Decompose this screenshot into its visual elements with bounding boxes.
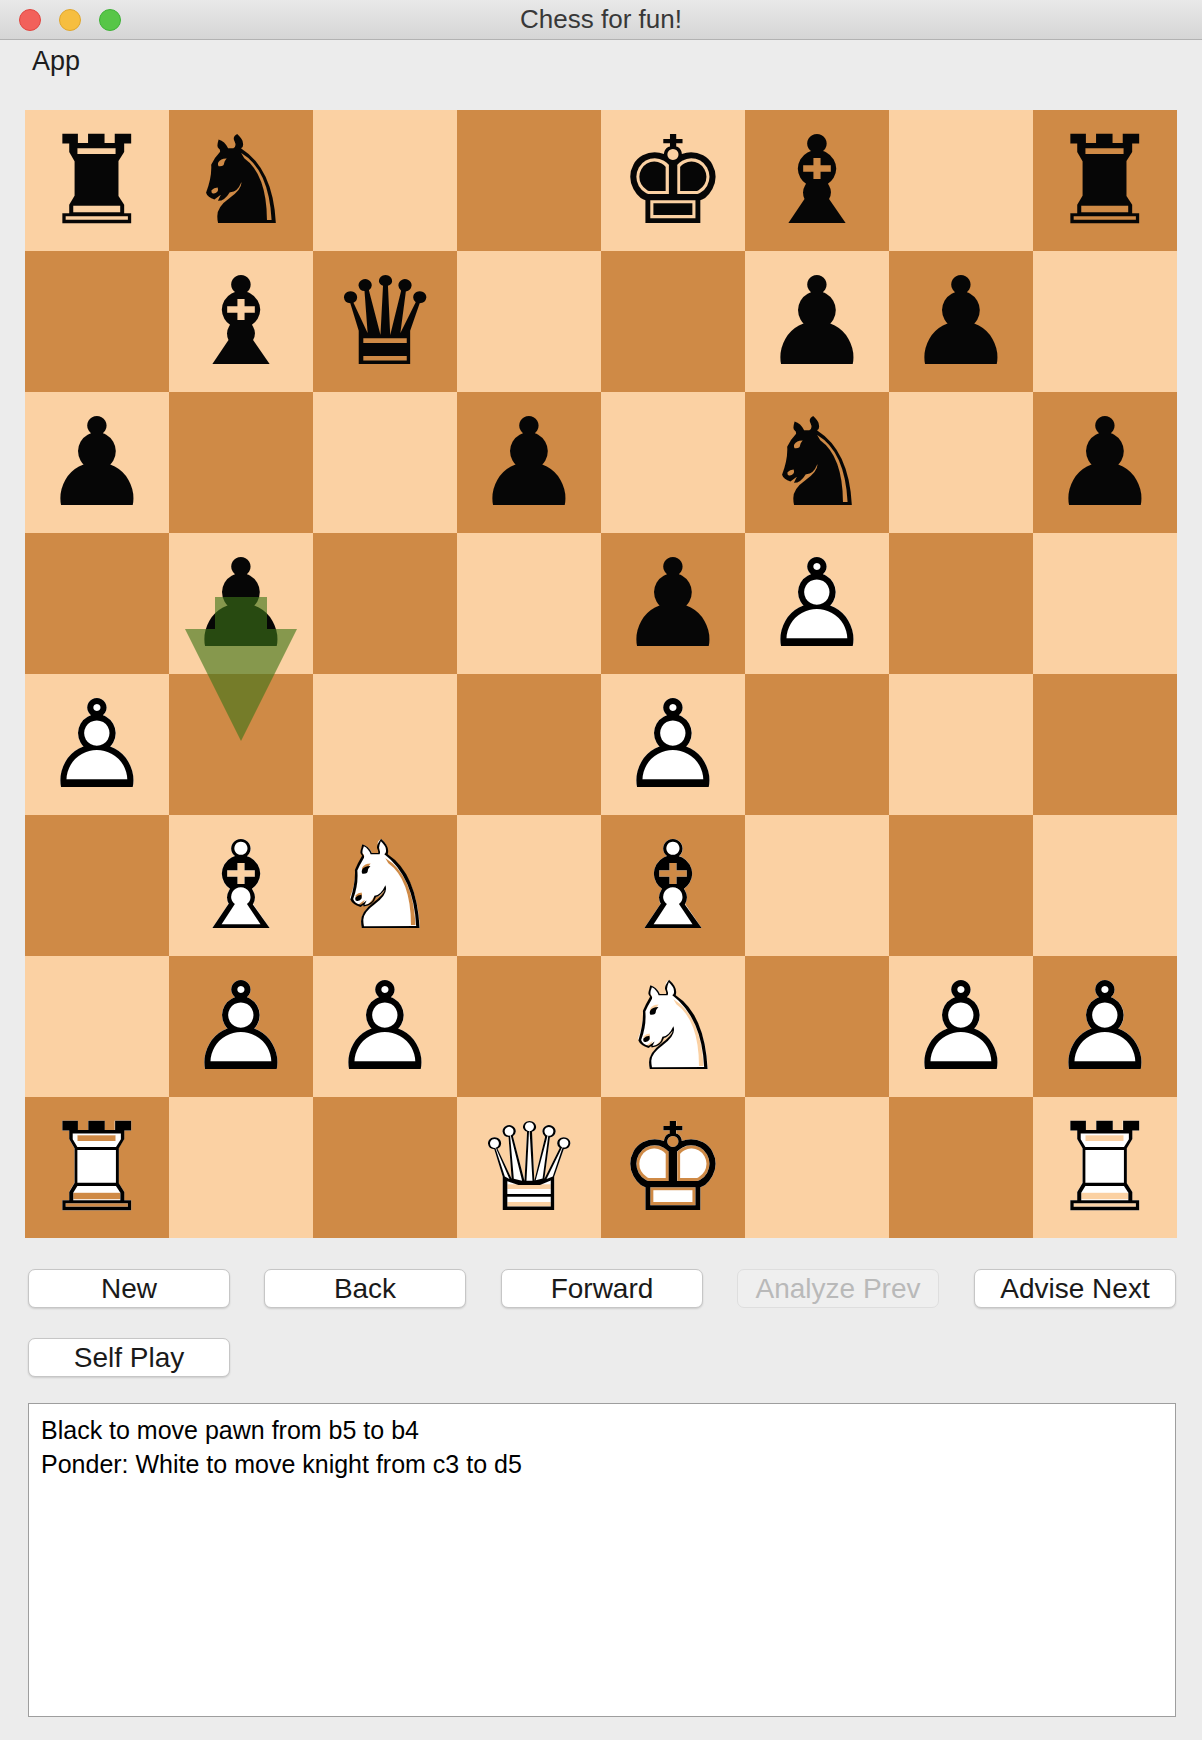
square-h5[interactable] [1033, 533, 1177, 674]
square-g8[interactable] [889, 110, 1033, 251]
square-a2[interactable] [25, 956, 169, 1097]
square-d1[interactable]: ♛♕ [457, 1097, 601, 1238]
piece-black-bishop-f8[interactable]: ♝ [745, 110, 889, 251]
piece-black-knight-f6[interactable]: ♞ [745, 392, 889, 533]
self-play-button[interactable]: Self Play [28, 1338, 230, 1377]
square-c7[interactable]: ♛ [313, 251, 457, 392]
square-f2[interactable] [745, 956, 889, 1097]
square-e6[interactable] [601, 392, 745, 533]
square-b4[interactable] [169, 674, 313, 815]
back-button[interactable]: Back [264, 1269, 466, 1308]
piece-white-pawn-h2[interactable]: ♟♙ [1033, 956, 1177, 1097]
square-e1[interactable]: ♚♔ [601, 1097, 745, 1238]
square-c8[interactable] [313, 110, 457, 251]
move-log[interactable]: Black to move pawn from b5 to b4 Ponder:… [28, 1403, 1176, 1717]
square-e8[interactable]: ♚ [601, 110, 745, 251]
square-d4[interactable] [457, 674, 601, 815]
piece-black-queen-c7[interactable]: ♛ [313, 251, 457, 392]
log-line: Ponder: White to move knight from c3 to … [41, 1447, 1163, 1481]
square-e2[interactable]: ♞♘ [601, 956, 745, 1097]
piece-black-pawn-g7[interactable]: ♟ [889, 251, 1033, 392]
square-c2[interactable]: ♟♙ [313, 956, 457, 1097]
square-g2[interactable]: ♟♙ [889, 956, 1033, 1097]
square-h4[interactable] [1033, 674, 1177, 815]
piece-black-pawn-d6[interactable]: ♟ [457, 392, 601, 533]
square-g5[interactable] [889, 533, 1033, 674]
piece-white-pawn-g2[interactable]: ♟♙ [889, 956, 1033, 1097]
square-c5[interactable] [313, 533, 457, 674]
square-f5[interactable]: ♟♙ [745, 533, 889, 674]
square-a3[interactable] [25, 815, 169, 956]
piece-white-pawn-a4[interactable]: ♟♙ [25, 674, 169, 815]
square-f7[interactable]: ♟ [745, 251, 889, 392]
square-e3[interactable]: ♝♗ [601, 815, 745, 956]
menu-bar: App [0, 40, 1202, 82]
piece-white-bishop-b3[interactable]: ♝♗ [169, 815, 313, 956]
square-h1[interactable]: ♜♖ [1033, 1097, 1177, 1238]
square-d5[interactable] [457, 533, 601, 674]
square-c6[interactable] [313, 392, 457, 533]
square-e5[interactable]: ♟ [601, 533, 745, 674]
square-a6[interactable]: ♟ [25, 392, 169, 533]
square-h6[interactable]: ♟ [1033, 392, 1177, 533]
new-button[interactable]: New [28, 1269, 230, 1308]
square-h7[interactable] [1033, 251, 1177, 392]
square-d3[interactable] [457, 815, 601, 956]
square-c4[interactable] [313, 674, 457, 815]
piece-black-knight-b8[interactable]: ♞ [169, 110, 313, 251]
piece-black-pawn-h6[interactable]: ♟ [1033, 392, 1177, 533]
square-g1[interactable] [889, 1097, 1033, 1238]
piece-white-knight-c3[interactable]: ♞♘ [313, 815, 457, 956]
square-d6[interactable]: ♟ [457, 392, 601, 533]
square-a5[interactable] [25, 533, 169, 674]
piece-black-pawn-b5[interactable]: ♟ [169, 533, 313, 674]
square-b5[interactable]: ♟ [169, 533, 313, 674]
minimize-button[interactable] [59, 9, 81, 31]
square-e7[interactable] [601, 251, 745, 392]
square-g7[interactable]: ♟ [889, 251, 1033, 392]
zoom-button[interactable] [99, 9, 121, 31]
square-d7[interactable] [457, 251, 601, 392]
square-f1[interactable] [745, 1097, 889, 1238]
square-a8[interactable]: ♜ [25, 110, 169, 251]
close-button[interactable] [19, 9, 41, 31]
title-bar: Chess for fun! [0, 0, 1202, 40]
piece-black-pawn-e5[interactable]: ♟ [601, 533, 745, 674]
piece-white-bishop-e3[interactable]: ♝♗ [601, 815, 745, 956]
piece-white-rook-h1[interactable]: ♜♖ [1033, 1097, 1177, 1238]
piece-black-pawn-a6[interactable]: ♟ [25, 392, 169, 533]
square-c3[interactable]: ♞♘ [313, 815, 457, 956]
square-f6[interactable]: ♞ [745, 392, 889, 533]
menu-item-app[interactable]: App [32, 46, 80, 77]
square-b7[interactable]: ♝ [169, 251, 313, 392]
piece-black-rook-a8[interactable]: ♜ [25, 110, 169, 251]
piece-white-pawn-e4[interactable]: ♟♙ [601, 674, 745, 815]
square-b1[interactable] [169, 1097, 313, 1238]
piece-black-rook-h8[interactable]: ♜ [1033, 110, 1177, 251]
square-f4[interactable] [745, 674, 889, 815]
square-b8[interactable]: ♞ [169, 110, 313, 251]
piece-black-bishop-b7[interactable]: ♝ [169, 251, 313, 392]
square-b3[interactable]: ♝♗ [169, 815, 313, 956]
square-f3[interactable] [745, 815, 889, 956]
square-c1[interactable] [313, 1097, 457, 1238]
piece-black-pawn-f7[interactable]: ♟ [745, 251, 889, 392]
square-f8[interactable]: ♝ [745, 110, 889, 251]
piece-white-pawn-b2[interactable]: ♟♙ [169, 956, 313, 1097]
forward-button[interactable]: Forward [501, 1269, 703, 1308]
square-b2[interactable]: ♟♙ [169, 956, 313, 1097]
square-a1[interactable]: ♜♖ [25, 1097, 169, 1238]
square-a4[interactable]: ♟♙ [25, 674, 169, 815]
square-g4[interactable] [889, 674, 1033, 815]
window-title: Chess for fun! [520, 4, 682, 35]
square-g3[interactable] [889, 815, 1033, 956]
piece-white-rook-a1[interactable]: ♜♖ [25, 1097, 169, 1238]
piece-white-pawn-f5[interactable]: ♟♙ [745, 533, 889, 674]
piece-black-king-e8[interactable]: ♚ [601, 110, 745, 251]
advise-next-button[interactable]: Advise Next [974, 1269, 1176, 1308]
chess-board: ♜♞♚♝♜♝♛♟♟♟♟♞♟♟♟♟♙♟♙♟♙♝♗♞♘♝♗♟♙♟♙♞♘♟♙♟♙♜♖♛… [25, 110, 1177, 1238]
traffic-lights [19, 0, 121, 39]
piece-white-pawn-c2[interactable]: ♟♙ [313, 956, 457, 1097]
square-d8[interactable] [457, 110, 601, 251]
piece-white-king-e1[interactable]: ♚♔ [601, 1097, 745, 1238]
square-b6[interactable] [169, 392, 313, 533]
square-e4[interactable]: ♟♙ [601, 674, 745, 815]
square-d2[interactable] [457, 956, 601, 1097]
square-g6[interactable] [889, 392, 1033, 533]
analyze-prev-button: Analyze Prev [737, 1269, 939, 1308]
square-a7[interactable] [25, 251, 169, 392]
square-h2[interactable]: ♟♙ [1033, 956, 1177, 1097]
piece-white-queen-d1[interactable]: ♛♕ [457, 1097, 601, 1238]
square-h8[interactable]: ♜ [1033, 110, 1177, 251]
piece-white-knight-e2[interactable]: ♞♘ [601, 956, 745, 1097]
log-line: Black to move pawn from b5 to b4 [41, 1413, 1163, 1447]
square-h3[interactable] [1033, 815, 1177, 956]
